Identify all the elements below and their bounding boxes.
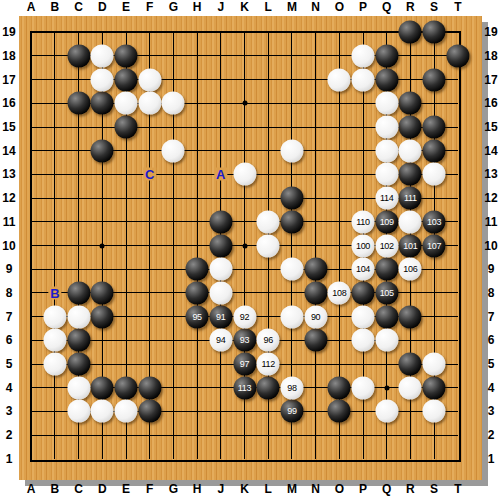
white-stone-C3 (67, 400, 90, 423)
row-label-left-11: 11 (3, 215, 16, 229)
black-stone-Q9 (375, 258, 398, 281)
row-label-right-9: 9 (488, 262, 495, 276)
black-stone-J7: 91 (209, 305, 232, 328)
move-number-J7: 91 (216, 312, 225, 321)
black-stone-L4 (257, 376, 280, 399)
col-label-top-O: O (335, 0, 344, 14)
white-stone-S13 (423, 163, 446, 186)
row-label-left-16: 16 (2, 96, 15, 110)
row-label-right-13: 13 (484, 167, 497, 181)
col-label-top-R: R (406, 0, 415, 14)
white-stone-G16 (162, 92, 185, 115)
white-stone-Q6 (375, 329, 398, 352)
white-stone-K7: 92 (233, 305, 256, 328)
white-stone-P4 (352, 376, 375, 399)
col-label-top-A: A (27, 0, 36, 14)
move-number-R12: 111 (404, 194, 417, 203)
col-label-bottom-C: C (74, 482, 83, 496)
white-stone-R11 (399, 210, 422, 233)
row-label-right-12: 12 (484, 191, 497, 205)
row-label-right-2: 2 (488, 428, 495, 442)
row-label-right-10: 10 (484, 239, 497, 253)
white-stone-R4 (399, 376, 422, 399)
star-point-D10 (100, 243, 105, 248)
white-stone-Q16 (375, 92, 398, 115)
row-label-left-4: 4 (6, 381, 13, 395)
move-number-R9: 106 (403, 265, 417, 274)
col-label-bottom-A: A (27, 482, 36, 496)
black-stone-D4 (91, 376, 114, 399)
col-label-bottom-E: E (122, 482, 130, 496)
row-label-left-9: 9 (6, 262, 13, 276)
col-label-bottom-M: M (287, 482, 297, 496)
move-number-Q12: 114 (380, 194, 393, 203)
black-stone-C18 (67, 44, 90, 67)
move-number-K5: 97 (240, 360, 249, 369)
black-stone-C6 (67, 329, 90, 352)
move-number-P9: 104 (356, 265, 370, 274)
row-label-right-7: 7 (488, 310, 495, 324)
black-stone-R19 (399, 21, 422, 44)
white-stone-B6 (43, 329, 66, 352)
white-stone-P7 (352, 305, 375, 328)
black-stone-S4 (423, 376, 446, 399)
grid-line-horizontal (31, 435, 458, 436)
col-label-bottom-L: L (265, 482, 272, 496)
col-label-bottom-K: K (240, 482, 249, 496)
move-number-K6: 93 (240, 336, 249, 345)
row-label-left-6: 6 (6, 333, 13, 347)
black-stone-K5: 97 (233, 353, 256, 376)
white-stone-F17 (138, 68, 161, 91)
white-stone-M9 (280, 258, 303, 281)
black-stone-E18 (115, 44, 138, 67)
white-stone-L11 (257, 210, 280, 233)
white-stone-D3 (91, 400, 114, 423)
white-stone-J8 (209, 281, 232, 304)
row-label-left-5: 5 (6, 357, 13, 371)
black-stone-Q18 (375, 44, 398, 67)
move-number-S11: 103 (427, 217, 441, 226)
white-stone-M7 (280, 305, 303, 328)
white-stone-J6: 94 (209, 329, 232, 352)
white-stone-P10: 100 (352, 234, 375, 257)
black-stone-O3 (328, 400, 351, 423)
black-stone-Q17 (375, 68, 398, 91)
black-stone-C16 (67, 92, 90, 115)
white-stone-P6 (352, 329, 375, 352)
move-number-O8: 108 (332, 288, 346, 297)
black-stone-R7 (399, 305, 422, 328)
grid-line-vertical (315, 32, 316, 459)
black-stone-P8 (352, 281, 375, 304)
col-label-top-S: S (430, 0, 438, 14)
col-label-top-H: H (193, 0, 202, 14)
black-stone-R15 (399, 116, 422, 139)
black-stone-R13 (399, 163, 422, 186)
white-stone-F16 (138, 92, 161, 115)
col-label-top-T: T (454, 0, 461, 14)
black-stone-H8 (186, 281, 209, 304)
row-label-left-14: 14 (2, 144, 15, 158)
col-label-bottom-F: F (146, 482, 153, 496)
white-stone-P9: 104 (352, 258, 375, 281)
row-label-left-2: 2 (6, 428, 13, 442)
black-stone-T18 (446, 44, 469, 67)
white-stone-J9 (209, 258, 232, 281)
black-stone-N9 (304, 258, 327, 281)
white-stone-Q15 (375, 116, 398, 139)
white-stone-R9: 106 (399, 258, 422, 281)
black-stone-H9 (186, 258, 209, 281)
row-label-left-10: 10 (2, 239, 15, 253)
move-number-H7: 95 (192, 312, 201, 321)
black-stone-E17 (115, 68, 138, 91)
col-label-top-E: E (122, 0, 130, 14)
black-stone-S11: 103 (423, 210, 446, 233)
black-stone-O4 (328, 376, 351, 399)
move-number-P11: 110 (356, 217, 369, 226)
black-stone-N6 (304, 329, 327, 352)
col-label-bottom-G: G (169, 482, 178, 496)
black-stone-S10: 107 (423, 234, 446, 257)
white-stone-G14 (162, 139, 185, 162)
black-stone-F3 (138, 400, 161, 423)
black-stone-R16 (399, 92, 422, 115)
col-label-bottom-P: P (359, 482, 367, 496)
white-stone-Q3 (375, 400, 398, 423)
black-stone-S17 (423, 68, 446, 91)
black-stone-S19 (423, 21, 446, 44)
row-label-right-6: 6 (488, 333, 495, 347)
col-label-top-D: D (98, 0, 107, 14)
row-label-right-15: 15 (484, 120, 497, 134)
row-label-right-18: 18 (484, 49, 497, 63)
white-stone-N7: 90 (304, 305, 327, 328)
annotation-label-A: A (214, 168, 227, 181)
annotation-label-C: C (143, 168, 156, 181)
black-stone-Q11: 109 (375, 210, 398, 233)
white-stone-M14 (280, 139, 303, 162)
white-stone-O8: 108 (328, 281, 351, 304)
move-number-Q11: 109 (380, 217, 394, 226)
col-label-bottom-H: H (193, 482, 202, 496)
row-label-left-17: 17 (2, 73, 15, 87)
col-label-bottom-J: J (217, 482, 224, 496)
black-stone-Q8: 105 (375, 281, 398, 304)
white-stone-K13 (233, 163, 256, 186)
white-stone-D17 (91, 68, 114, 91)
move-number-N7: 90 (311, 312, 320, 321)
black-stone-J11 (209, 210, 232, 233)
move-number-P10: 100 (356, 241, 370, 250)
col-label-bottom-B: B (51, 482, 60, 496)
row-label-left-1: 1 (6, 452, 13, 466)
white-stone-M4: 98 (280, 376, 303, 399)
move-number-S10: 107 (427, 241, 441, 250)
col-label-top-K: K (240, 0, 249, 14)
white-stone-O17 (328, 68, 351, 91)
row-label-right-19: 19 (484, 25, 497, 39)
col-label-top-B: B (51, 0, 60, 14)
black-stone-F4 (138, 376, 161, 399)
move-number-Q8: 105 (380, 288, 394, 297)
black-stone-C5 (67, 353, 90, 376)
black-stone-M3: 99 (280, 400, 303, 423)
col-label-bottom-Q: Q (382, 482, 391, 496)
white-stone-Q13 (375, 163, 398, 186)
move-number-R10: 101 (403, 241, 417, 250)
star-point-Q4 (384, 385, 389, 390)
row-label-right-5: 5 (488, 357, 495, 371)
white-stone-Q12: 114 (375, 187, 398, 210)
move-number-Q10: 102 (380, 241, 394, 250)
row-label-right-16: 16 (484, 96, 497, 110)
black-stone-R5 (399, 353, 422, 376)
row-label-left-18: 18 (2, 49, 15, 63)
white-stone-B7 (43, 305, 66, 328)
move-number-L5: 112 (261, 360, 274, 369)
white-stone-C7 (67, 305, 90, 328)
col-label-top-Q: Q (382, 0, 391, 14)
row-label-left-15: 15 (2, 120, 15, 134)
col-label-bottom-N: N (311, 482, 320, 496)
row-label-left-7: 7 (6, 310, 13, 324)
row-label-right-3: 3 (488, 404, 495, 418)
white-stone-R14 (399, 139, 422, 162)
move-number-K4: 113 (238, 383, 251, 392)
col-label-top-J: J (217, 0, 224, 14)
row-label-left-12: 12 (2, 191, 15, 205)
col-label-bottom-O: O (335, 482, 344, 496)
col-label-top-F: F (146, 0, 153, 14)
col-label-top-C: C (74, 0, 83, 14)
black-stone-N8 (304, 281, 327, 304)
black-stone-M11 (280, 210, 303, 233)
col-label-top-L: L (265, 0, 272, 14)
black-stone-H7: 95 (186, 305, 209, 328)
col-label-top-M: M (287, 0, 297, 14)
row-label-right-14: 14 (484, 144, 497, 158)
black-stone-R12: 111 (399, 187, 422, 210)
move-number-M3: 99 (287, 407, 296, 416)
black-stone-S14 (423, 139, 446, 162)
white-stone-B5 (43, 353, 66, 376)
black-stone-C8 (67, 281, 90, 304)
star-point-K16 (242, 101, 247, 106)
white-stone-C4 (67, 376, 90, 399)
row-label-right-11: 11 (485, 215, 498, 229)
black-stone-D16 (91, 92, 114, 115)
col-label-bottom-R: R (406, 482, 415, 496)
go-game-diagram: 1111091031011071059591939711399114110100… (0, 0, 500, 500)
move-number-J6: 94 (216, 336, 225, 345)
white-stone-Q14 (375, 139, 398, 162)
move-number-K7: 92 (240, 312, 249, 321)
white-stone-L6: 96 (257, 329, 280, 352)
row-label-right-8: 8 (488, 286, 495, 300)
white-stone-P18 (352, 44, 375, 67)
row-label-left-3: 3 (6, 404, 13, 418)
white-stone-S3 (423, 400, 446, 423)
col-label-bottom-D: D (98, 482, 107, 496)
black-stone-K6: 93 (233, 329, 256, 352)
white-stone-P11: 110 (352, 210, 375, 233)
white-stone-L10 (257, 234, 280, 257)
row-label-left-8: 8 (6, 286, 13, 300)
black-stone-K4: 113 (233, 376, 256, 399)
col-label-bottom-S: S (430, 482, 438, 496)
row-label-right-4: 4 (488, 381, 495, 395)
black-stone-D8 (91, 281, 114, 304)
black-stone-E15 (115, 116, 138, 139)
star-point-K10 (242, 243, 247, 248)
black-stone-S15 (423, 116, 446, 139)
black-stone-D7 (91, 305, 114, 328)
black-stone-R10: 101 (399, 234, 422, 257)
move-number-L6: 96 (263, 336, 272, 345)
black-stone-E4 (115, 376, 138, 399)
white-stone-E3 (115, 400, 138, 423)
col-label-top-G: G (169, 0, 178, 14)
black-stone-M12 (280, 187, 303, 210)
white-stone-E16 (115, 92, 138, 115)
white-stone-P17 (352, 68, 375, 91)
black-stone-D14 (91, 139, 114, 162)
white-stone-L5: 112 (257, 353, 280, 376)
col-label-bottom-T: T (454, 482, 461, 496)
col-label-top-N: N (311, 0, 320, 14)
col-label-top-P: P (359, 0, 367, 14)
annotation-label-B: B (48, 286, 61, 299)
row-label-right-1: 1 (488, 452, 495, 466)
black-stone-J10 (209, 234, 232, 257)
row-label-left-19: 19 (2, 25, 15, 39)
white-stone-Q10: 102 (375, 234, 398, 257)
black-stone-Q7 (375, 305, 398, 328)
row-label-left-13: 13 (2, 167, 15, 181)
row-label-right-17: 17 (484, 73, 497, 87)
white-stone-D18 (91, 44, 114, 67)
white-stone-S5 (423, 353, 446, 376)
move-number-M4: 98 (287, 383, 296, 392)
